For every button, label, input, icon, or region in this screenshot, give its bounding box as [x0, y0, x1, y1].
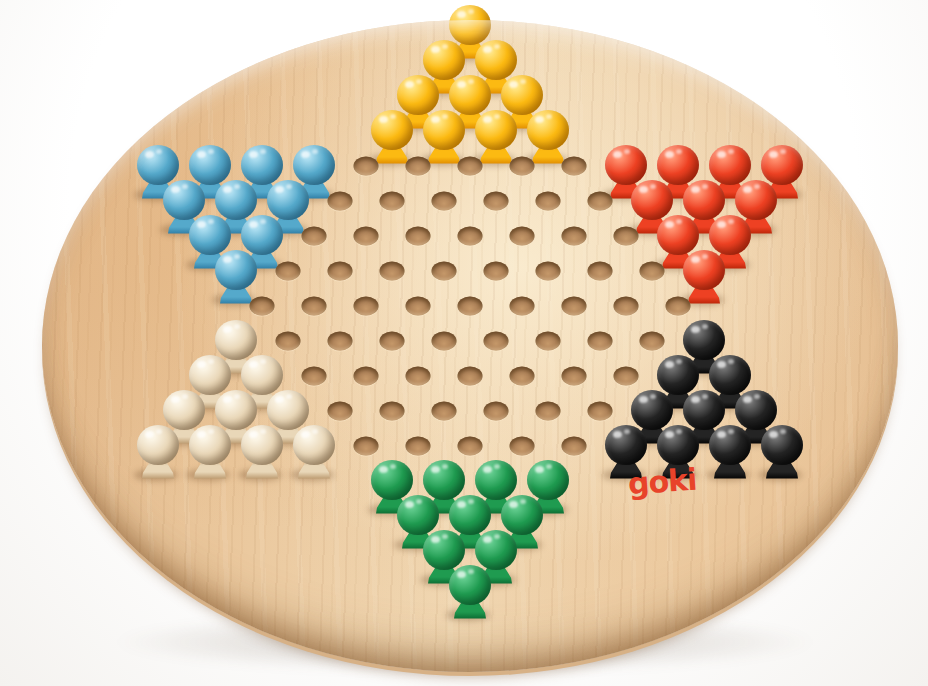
board-cell: [418, 463, 470, 498]
board-hole[interactable]: [328, 261, 353, 280]
board-hole[interactable]: [432, 261, 457, 280]
peg-ball: [761, 425, 803, 465]
board-cell: [288, 218, 340, 253]
peg-natural[interactable]: [187, 425, 233, 481]
board-hole[interactable]: [250, 296, 275, 315]
board-cell: [496, 428, 548, 463]
board-hole[interactable]: [510, 436, 535, 455]
board-cell: [158, 393, 210, 428]
board-cell: [548, 148, 600, 183]
board-cell: [496, 358, 548, 393]
peg-ball: [605, 425, 647, 465]
board-hole[interactable]: [484, 331, 509, 350]
board-cell: [522, 463, 574, 498]
board-cell: [444, 288, 496, 323]
board-cell: [184, 218, 236, 253]
peg-ball: [657, 215, 699, 255]
peg-ball: [137, 425, 179, 465]
board-cell: [236, 428, 288, 463]
board-hole[interactable]: [614, 226, 639, 245]
board-cell: [418, 393, 470, 428]
board-cell: [496, 288, 548, 323]
board-cell: [236, 358, 288, 393]
board-cell: [340, 148, 392, 183]
board-hole[interactable]: [276, 331, 301, 350]
board-cell: [496, 148, 548, 183]
board-cell: [470, 113, 522, 148]
peg-ball: [293, 425, 335, 465]
peg-ball: [267, 390, 309, 430]
board-cell: [704, 428, 756, 463]
peg-ball: [631, 180, 673, 220]
board-cell: [314, 253, 366, 288]
board-cell: [470, 183, 522, 218]
board-cell: [678, 253, 730, 288]
peg-ball: [449, 75, 491, 115]
board-hole[interactable]: [510, 156, 535, 175]
board-hole[interactable]: [328, 191, 353, 210]
board-row-15: [132, 498, 808, 533]
board-hole[interactable]: [458, 156, 483, 175]
board-hole[interactable]: [588, 401, 613, 420]
board-cell: [574, 393, 626, 428]
board-cell: [522, 393, 574, 428]
board-cell: [288, 288, 340, 323]
peg-ball: [241, 145, 283, 185]
board-cell: [444, 428, 496, 463]
peg-ball: [371, 460, 413, 500]
board-cell: [704, 358, 756, 393]
board-hole[interactable]: [354, 436, 379, 455]
board-cell: [418, 113, 470, 148]
peg-ball: [267, 180, 309, 220]
peg-ball: [605, 145, 647, 185]
board-hole[interactable]: [484, 261, 509, 280]
peg-green[interactable]: [447, 565, 493, 621]
peg-ball: [527, 110, 569, 150]
board-cell: [392, 358, 444, 393]
board-cell: [600, 428, 652, 463]
peg-ball: [371, 110, 413, 150]
board-cell: [418, 323, 470, 358]
board-cell: [470, 43, 522, 78]
board-cell: [184, 428, 236, 463]
board-cell: [522, 323, 574, 358]
board-cell: [652, 358, 704, 393]
board-cell: [548, 428, 600, 463]
board-cell: [210, 183, 262, 218]
peg-ball: [709, 215, 751, 255]
board-cell: [678, 393, 730, 428]
peg-black[interactable]: [707, 425, 753, 481]
board-hole[interactable]: [458, 296, 483, 315]
board-hole[interactable]: [302, 366, 327, 385]
board-cell: [548, 358, 600, 393]
board-hole[interactable]: [484, 401, 509, 420]
board-hole[interactable]: [510, 366, 535, 385]
peg-ball: [683, 390, 725, 430]
peg-ball: [215, 320, 257, 360]
peg-ball: [735, 390, 777, 430]
board-cell: [184, 358, 236, 393]
board-cell: [314, 183, 366, 218]
board-cell: [470, 253, 522, 288]
board-hole[interactable]: [640, 261, 665, 280]
peg-ball: [423, 110, 465, 150]
board-cell: [392, 78, 444, 113]
peg-ball: [423, 530, 465, 570]
peg-ball: [293, 145, 335, 185]
peg-ball: [449, 565, 491, 605]
board-hole[interactable]: [432, 401, 457, 420]
peg-ball: [683, 250, 725, 290]
board-hole[interactable]: [588, 191, 613, 210]
board-cell: [158, 183, 210, 218]
board-hole[interactable]: [536, 331, 561, 350]
board-cell: [262, 323, 314, 358]
board-cell: [340, 218, 392, 253]
board-cell: [262, 253, 314, 288]
peg-black[interactable]: [759, 425, 805, 481]
board-hole[interactable]: [276, 261, 301, 280]
board-row-3: [132, 78, 808, 113]
board-cell: [314, 393, 366, 428]
board-cell: [600, 148, 652, 183]
board-hole[interactable]: [380, 261, 405, 280]
peg-ball: [241, 215, 283, 255]
peg-ball: [189, 145, 231, 185]
board-cell: [496, 498, 548, 533]
board-cell: [704, 148, 756, 183]
board-cell: [314, 323, 366, 358]
peg-ball: [683, 320, 725, 360]
peg-ball: [475, 110, 517, 150]
peg-ball: [423, 40, 465, 80]
board-hole[interactable]: [406, 296, 431, 315]
board-hole[interactable]: [640, 331, 665, 350]
board-cell: [418, 533, 470, 568]
peg-ball: [163, 390, 205, 430]
board-cell: [756, 428, 808, 463]
board-cell: [574, 323, 626, 358]
board-hole[interactable]: [458, 436, 483, 455]
board-cell: [418, 183, 470, 218]
board-cell: [470, 393, 522, 428]
peg-ball: [241, 425, 283, 465]
board-cell: [236, 288, 288, 323]
peg-ball: [215, 180, 257, 220]
board-hole[interactable]: [510, 296, 535, 315]
peg-ball: [761, 145, 803, 185]
board-cell: [652, 288, 704, 323]
board-cell: [548, 288, 600, 323]
board-hole[interactable]: [562, 156, 587, 175]
board-hole[interactable]: [562, 296, 587, 315]
board-row-2: [132, 43, 808, 78]
board-cell: [730, 183, 782, 218]
peg-ball: [631, 390, 673, 430]
board-cell: [600, 358, 652, 393]
board-hole[interactable]: [510, 226, 535, 245]
board-cell: [392, 498, 444, 533]
board-row-13: [132, 428, 808, 463]
board-cell: [366, 183, 418, 218]
board-cell: [236, 218, 288, 253]
brand-logo: goki: [627, 462, 698, 502]
peg-ball: [527, 460, 569, 500]
board-hole[interactable]: [380, 331, 405, 350]
board-cell: [600, 218, 652, 253]
board-cell: [340, 288, 392, 323]
board-cell: [288, 428, 340, 463]
board-cell: [340, 358, 392, 393]
board-cell: [522, 113, 574, 148]
peg-ball: [657, 355, 699, 395]
board-row-12: [132, 393, 808, 428]
board-hole[interactable]: [406, 436, 431, 455]
board-cell: [340, 428, 392, 463]
board-hole[interactable]: [406, 226, 431, 245]
board-hole[interactable]: [588, 331, 613, 350]
peg-ball: [163, 180, 205, 220]
board-cell: [730, 393, 782, 428]
peg-natural[interactable]: [135, 425, 181, 481]
board-cell: [288, 358, 340, 393]
board-cell: [678, 183, 730, 218]
board-row-4: [132, 113, 808, 148]
board-cell: [444, 78, 496, 113]
peg-ball: [657, 425, 699, 465]
board-row-8: [132, 253, 808, 288]
board-cell: [444, 358, 496, 393]
peg-ball: [709, 425, 751, 465]
board-hole[interactable]: [458, 366, 483, 385]
peg-ball: [137, 145, 179, 185]
board-cell: [522, 183, 574, 218]
board-cell: [704, 218, 756, 253]
board-cell: [288, 148, 340, 183]
board-row-5: [132, 148, 808, 183]
peg-ball: [189, 425, 231, 465]
board-hole[interactable]: [328, 331, 353, 350]
board-hole[interactable]: [432, 191, 457, 210]
peg-ball: [189, 215, 231, 255]
board-cell: [132, 428, 184, 463]
board-hole[interactable]: [666, 296, 691, 315]
board-cell: [366, 393, 418, 428]
board-row-17: [132, 568, 808, 603]
peg-ball: [501, 75, 543, 115]
board-cell: [444, 8, 496, 43]
board-grid: [132, 8, 808, 603]
board-cell: [756, 148, 808, 183]
peg-ball: [189, 355, 231, 395]
peg-natural[interactable]: [239, 425, 285, 481]
board-cell: [652, 428, 704, 463]
board-cell: [262, 183, 314, 218]
board-hole[interactable]: [536, 261, 561, 280]
board-cell: [132, 148, 184, 183]
board-hole[interactable]: [380, 401, 405, 420]
chinese-checkers-board: goki: [42, 20, 898, 672]
board-cell: [626, 393, 678, 428]
board-cell: [444, 218, 496, 253]
peg-ball: [241, 355, 283, 395]
board-cell: [366, 463, 418, 498]
peg-ball: [501, 495, 543, 535]
board-cell: [470, 323, 522, 358]
board-cell: [444, 498, 496, 533]
board-cell: [574, 253, 626, 288]
peg-ball: [735, 180, 777, 220]
board-hole[interactable]: [588, 261, 613, 280]
board-hole[interactable]: [536, 401, 561, 420]
board-cell: [444, 568, 496, 603]
peg-ball: [449, 495, 491, 535]
board-hole[interactable]: [354, 366, 379, 385]
board-cell: [574, 183, 626, 218]
peg-ball: [215, 250, 257, 290]
board-hole[interactable]: [458, 226, 483, 245]
peg-ball: [449, 5, 491, 45]
board-cell: [418, 253, 470, 288]
board-hole[interactable]: [406, 156, 431, 175]
board-cell: [652, 218, 704, 253]
board-cell: [600, 288, 652, 323]
board-cell: [678, 323, 730, 358]
board-cell: [470, 463, 522, 498]
board-cell: [626, 323, 678, 358]
board-cell: [366, 113, 418, 148]
board-cell: [210, 323, 262, 358]
peg-ball: [215, 390, 257, 430]
board-row-1: [132, 8, 808, 43]
board-cell: [496, 218, 548, 253]
board-hole[interactable]: [354, 296, 379, 315]
board-cell: [236, 148, 288, 183]
board-cell: [444, 148, 496, 183]
board-cell: [210, 253, 262, 288]
board-cell: [366, 323, 418, 358]
product-photo: goki: [0, 0, 928, 686]
board-cell: [392, 148, 444, 183]
board-row-7: [132, 218, 808, 253]
board-hole[interactable]: [354, 156, 379, 175]
board-hole[interactable]: [380, 191, 405, 210]
peg-ball: [475, 40, 517, 80]
board-hole[interactable]: [614, 296, 639, 315]
board-row-16: [132, 533, 808, 568]
board-cell: [470, 533, 522, 568]
peg-ball: [683, 180, 725, 220]
board-cell: [522, 253, 574, 288]
board-hole[interactable]: [406, 366, 431, 385]
peg-ball: [397, 75, 439, 115]
board-cell: [626, 183, 678, 218]
board-cell: [392, 288, 444, 323]
board-hole[interactable]: [354, 226, 379, 245]
peg-ball: [397, 495, 439, 535]
board-hole[interactable]: [432, 331, 457, 350]
board-hole[interactable]: [328, 401, 353, 420]
peg-ball: [709, 355, 751, 395]
board-hole[interactable]: [302, 296, 327, 315]
board-row-11: [132, 358, 808, 393]
board-hole[interactable]: [536, 191, 561, 210]
board-cell: [366, 253, 418, 288]
peg-ball: [657, 145, 699, 185]
board-cell: [262, 393, 314, 428]
board-hole[interactable]: [562, 436, 587, 455]
peg-ball: [709, 145, 751, 185]
board-row-6: [132, 183, 808, 218]
peg-ball: [475, 530, 517, 570]
board-hole[interactable]: [484, 191, 509, 210]
board-hole[interactable]: [562, 226, 587, 245]
board-cell: [652, 148, 704, 183]
board-hole[interactable]: [614, 366, 639, 385]
peg-ball: [475, 460, 517, 500]
peg-natural[interactable]: [291, 425, 337, 481]
board-cell: [496, 78, 548, 113]
board-hole[interactable]: [302, 226, 327, 245]
board-hole[interactable]: [562, 366, 587, 385]
board-cell: [548, 218, 600, 253]
board-cell: [392, 428, 444, 463]
board-cell: [626, 253, 678, 288]
board-cell: [210, 393, 262, 428]
board-row-10: [132, 323, 808, 358]
peg-ball: [423, 460, 465, 500]
board-cell: [418, 43, 470, 78]
board-cell: [392, 218, 444, 253]
board-cell: [184, 148, 236, 183]
